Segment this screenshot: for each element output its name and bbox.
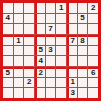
cell-r9c8[interactable]: [78, 88, 88, 98]
given-digit: 2: [39, 69, 43, 77]
given-digit: 5: [80, 14, 84, 22]
cell-r1c9: 2: [88, 3, 98, 13]
cell-r4c7: 7: [67, 35, 77, 45]
cell-r5c3[interactable]: [24, 46, 34, 56]
cell-r6c3[interactable]: [24, 56, 34, 66]
given-digit: 8: [80, 37, 84, 45]
cell-r3c5: 7: [46, 24, 56, 34]
cell-r4c1[interactable]: [3, 35, 13, 45]
cell-r8c2[interactable]: [14, 78, 24, 88]
cell-r5c5: 3: [46, 46, 56, 56]
cell-r7c5[interactable]: [46, 67, 56, 77]
cell-r5c1[interactable]: [3, 46, 13, 56]
cell-r4c4[interactable]: [35, 35, 45, 45]
given-digit: 3: [48, 46, 52, 54]
cell-r8c6[interactable]: [56, 78, 66, 88]
cell-r8c8[interactable]: [78, 78, 88, 88]
cell-r5c7[interactable]: [67, 46, 77, 56]
cell-r9c9[interactable]: [88, 88, 98, 98]
cell-r8c7: 1: [67, 78, 77, 88]
cell-r1c7[interactable]: [67, 3, 77, 13]
cell-r5c8[interactable]: [78, 46, 88, 56]
cell-r8c9[interactable]: [88, 78, 98, 88]
cell-r9c4[interactable]: [35, 88, 45, 98]
cell-r1c1[interactable]: [3, 3, 13, 13]
given-digit: 6: [91, 69, 95, 77]
cell-r6c7[interactable]: [67, 56, 77, 66]
given-digit: 3: [71, 89, 75, 97]
cell-r1c3[interactable]: [24, 3, 34, 13]
cell-r3c6[interactable]: [56, 24, 66, 34]
cell-r6c2[interactable]: [14, 56, 24, 66]
cell-r7c3[interactable]: [24, 67, 34, 77]
given-digit: 7: [48, 25, 52, 33]
cell-r4c2: 1: [14, 35, 24, 45]
cell-r2c9[interactable]: [88, 14, 98, 24]
cell-r5c6[interactable]: [56, 46, 66, 56]
cell-r2c3[interactable]: [24, 14, 34, 24]
cell-r9c6[interactable]: [56, 88, 66, 98]
cell-r2c4[interactable]: [35, 14, 45, 24]
given-digit: 7: [71, 37, 75, 45]
cell-r6c4: 4: [35, 56, 45, 66]
cell-r2c8: 5: [78, 14, 88, 24]
cell-r5c2[interactable]: [14, 46, 24, 56]
cell-r4c9[interactable]: [88, 35, 98, 45]
cell-r7c4: 2: [35, 67, 45, 77]
given-digit: 5: [6, 69, 10, 77]
cell-r2c1: 4: [3, 14, 13, 24]
cell-r8c5[interactable]: [46, 78, 56, 88]
cell-r7c2[interactable]: [14, 67, 24, 77]
cell-r8c1[interactable]: [3, 78, 13, 88]
cell-r2c6[interactable]: [56, 14, 66, 24]
cell-r5c9[interactable]: [88, 46, 98, 56]
cell-r6c1[interactable]: [3, 56, 13, 66]
cell-r9c3[interactable]: [24, 88, 34, 98]
cell-r7c1: 5: [3, 67, 13, 77]
cell-r6c8[interactable]: [78, 56, 88, 66]
cell-r6c9[interactable]: [88, 56, 98, 66]
given-digit: 4: [39, 57, 43, 65]
cell-r3c7[interactable]: [67, 24, 77, 34]
given-digit: 1: [59, 4, 63, 12]
given-digit: 1: [71, 78, 75, 86]
cell-r3c2[interactable]: [14, 24, 24, 34]
given-digit: 4: [6, 14, 10, 22]
cell-r1c6: 1: [56, 3, 66, 13]
cell-r8c3: 2: [24, 78, 34, 88]
given-digit: 2: [27, 78, 31, 86]
cell-r7c8[interactable]: [78, 67, 88, 77]
cell-r2c2[interactable]: [14, 14, 24, 24]
cell-r1c8[interactable]: [78, 3, 88, 13]
cell-r8c4[interactable]: [35, 78, 45, 88]
cell-r3c8[interactable]: [78, 24, 88, 34]
given-digit: 2: [91, 4, 95, 12]
cell-r4c8: 8: [78, 35, 88, 45]
cell-r3c3[interactable]: [24, 24, 34, 34]
cell-r9c1[interactable]: [3, 88, 13, 98]
cell-r1c2[interactable]: [14, 3, 24, 13]
given-digit: 5: [39, 46, 43, 54]
cell-r9c5[interactable]: [46, 88, 56, 98]
cell-r5c4: 5: [35, 46, 45, 56]
cell-r7c9: 6: [88, 67, 98, 77]
cell-r9c7: 3: [67, 88, 77, 98]
cell-r3c1[interactable]: [3, 24, 13, 34]
cell-r7c6[interactable]: [56, 67, 66, 77]
cell-r9c2[interactable]: [14, 88, 24, 98]
cell-r4c3[interactable]: [24, 35, 34, 45]
cell-r4c5[interactable]: [46, 35, 56, 45]
sudoku-board: 12457178534526213: [0, 0, 101, 101]
cell-r6c6[interactable]: [56, 56, 66, 66]
cell-r6c5[interactable]: [46, 56, 56, 66]
cell-r3c9[interactable]: [88, 24, 98, 34]
cell-r1c4[interactable]: [35, 3, 45, 13]
cell-r2c5[interactable]: [46, 14, 56, 24]
cell-r3c4[interactable]: [35, 24, 45, 34]
cell-r7c7[interactable]: [67, 67, 77, 77]
cell-r4c6[interactable]: [56, 35, 66, 45]
given-digit: 1: [16, 37, 20, 45]
cell-r1c5[interactable]: [46, 3, 56, 13]
cell-r2c7[interactable]: [67, 14, 77, 24]
